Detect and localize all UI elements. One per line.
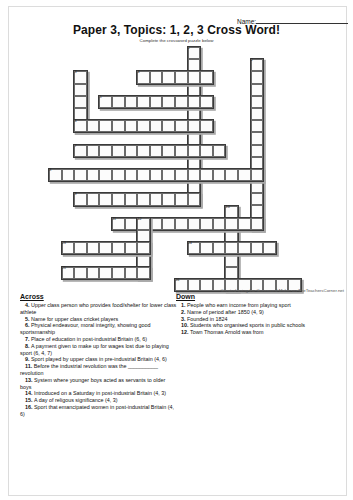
down-clues-section: Down 1. People who earn income from play…: [176, 293, 348, 336]
cell-r7-c16[interactable]: [251, 132, 264, 144]
worksheet-page: Name: Paper 3, Topics: 1, 2, 3 Cross Wor…: [0, 0, 353, 500]
cell-r3-c16[interactable]: [251, 84, 264, 96]
clue-number: 1.: [181, 302, 187, 308]
across-clues-list: 4. Upper class person who provides food/…: [20, 302, 178, 418]
cell-number-9: 9: [74, 193, 76, 197]
cell-number-15: 15: [62, 267, 66, 271]
cell-r10-c6[interactable]: [125, 169, 138, 181]
word-4-across: [136, 70, 214, 84]
clue-across-15: 15. A day of religous significance (4, 3…: [20, 397, 178, 404]
clue-number: 9.: [25, 356, 31, 362]
cell-r14-c11[interactable]: [188, 218, 201, 230]
cell-r12-c5[interactable]: [112, 193, 125, 205]
cell-r6-c6[interactable]: [125, 120, 138, 132]
clue-across-13: 13. System where younger boys acted as s…: [20, 377, 178, 391]
clue-down-1: 1. People who earn income from playing s…: [176, 302, 348, 309]
word-14-across: [187, 241, 277, 255]
cell-r18-c7[interactable]: [137, 267, 150, 279]
cell-r13-c16[interactable]: [251, 205, 264, 217]
word-7-across: [73, 144, 226, 158]
cell-r6-c9[interactable]: [162, 120, 175, 132]
across-heading: Across: [20, 293, 178, 300]
cell-r10-c16[interactable]: [251, 169, 264, 181]
cell-r16-c3[interactable]: [87, 242, 100, 254]
word-5-across: [98, 95, 213, 109]
clue-number: 15.: [25, 397, 34, 403]
cell-r12-c16[interactable]: [251, 193, 264, 205]
cell-number-11: 11: [112, 218, 116, 222]
cell-r16-c16[interactable]: [251, 242, 264, 254]
cell-r16-c14[interactable]: [225, 242, 238, 254]
cell-r6-c4[interactable]: [99, 120, 112, 132]
clue-down-12: 12. Town Thomas Arnold was from: [176, 329, 348, 336]
cell-r8-c12[interactable]: [200, 145, 213, 157]
cell-r18-c6[interactable]: [125, 267, 138, 279]
cell-r10-c7[interactable]: [137, 169, 150, 181]
cell-r2-c8[interactable]: [150, 71, 163, 83]
cell-r18-c4[interactable]: [99, 267, 112, 279]
cell-r8-c11[interactable]: [188, 145, 201, 157]
clue-number: 11.: [25, 363, 34, 369]
cell-r14-c8[interactable]: [150, 218, 163, 230]
cell-r17-c14[interactable]: [225, 254, 238, 266]
cell-r2-c16[interactable]: [251, 71, 264, 83]
crossword-board: 12345678910111213141516: [48, 46, 304, 292]
cell-r6-c11[interactable]: [188, 120, 201, 132]
word-2-down: [250, 58, 265, 231]
cell-r10-c9[interactable]: [162, 169, 175, 181]
cell-r8-c7[interactable]: [137, 145, 150, 157]
cell-r14-c14[interactable]: [225, 218, 238, 230]
cell-number-1: 1: [188, 47, 190, 51]
clue-number: 4.: [25, 302, 31, 308]
cell-r12-c7[interactable]: [137, 193, 150, 205]
cell-r11-c16[interactable]: [251, 181, 264, 193]
word-9-across: [73, 192, 201, 206]
cell-r3-c2[interactable]: [74, 84, 87, 96]
clue-number: 7.: [25, 336, 31, 342]
cell-r5-c16[interactable]: [251, 108, 264, 120]
cell-r18-c3[interactable]: [87, 267, 100, 279]
cell-r14-c10[interactable]: [175, 218, 188, 230]
across-clues-section: Across 4. Upper class person who provide…: [20, 293, 178, 418]
cell-r4-c11[interactable]: [188, 96, 201, 108]
clue-number: 2.: [181, 309, 187, 315]
cell-r4-c5[interactable]: [112, 96, 125, 108]
clue-across-9: 9. Sport played by upper class in pre-in…: [20, 356, 178, 363]
cell-r8-c13[interactable]: [213, 145, 226, 157]
cell-r19-c12[interactable]: [200, 279, 213, 291]
cell-number-12: 12: [137, 218, 141, 222]
cell-number-13: 13: [62, 242, 66, 246]
cell-r10-c10[interactable]: [175, 169, 188, 181]
cell-number-2: 2: [251, 59, 253, 63]
cell-r4-c7[interactable]: [137, 96, 150, 108]
cell-r14-c12[interactable]: [200, 218, 213, 230]
cell-r16-c17[interactable]: [263, 242, 276, 254]
cell-r10-c15[interactable]: [238, 169, 251, 181]
cell-r12-c9[interactable]: [162, 193, 175, 205]
clue-number: 10.: [181, 322, 190, 328]
cell-r8-c6[interactable]: [125, 145, 138, 157]
cell-r14-c15[interactable]: [238, 218, 251, 230]
cell-r10-c12[interactable]: [200, 169, 213, 181]
clue-number: 6.: [25, 322, 31, 328]
cell-number-16: 16: [175, 279, 179, 283]
cell-r14-c9[interactable]: [162, 218, 175, 230]
cell-r8-c10[interactable]: [175, 145, 188, 157]
clue-down-2: 2. Name of period after 1850 (4, 9): [176, 309, 348, 316]
cell-r16-c13[interactable]: [213, 242, 226, 254]
down-clues-list: 1. People who earn income from playing s…: [176, 302, 348, 336]
clue-across-5: 5. Name for upper class cricket players: [20, 316, 178, 323]
cell-r12-c8[interactable]: [150, 193, 163, 205]
cell-r18-c5[interactable]: [112, 267, 125, 279]
word-11-across: [111, 217, 264, 231]
clue-down-10: 10. Students who organised sports in pub…: [176, 322, 348, 329]
cell-r16-c6[interactable]: [125, 242, 138, 254]
cell-r4-c9[interactable]: [162, 96, 175, 108]
clue-number: 14.: [25, 390, 34, 396]
cell-r4-c12[interactable]: [200, 96, 213, 108]
cell-r12-c6[interactable]: [125, 193, 138, 205]
cell-r16-c12[interactable]: [200, 242, 213, 254]
cell-r4-c16[interactable]: [251, 96, 264, 108]
word-8-across: [48, 168, 264, 182]
cell-r16-c7[interactable]: [137, 242, 150, 254]
cell-r6-c7[interactable]: [137, 120, 150, 132]
clue-across-14: 14. Introduced on a Saturday in post-ind…: [20, 390, 178, 397]
cell-r12-c10[interactable]: [175, 193, 188, 205]
page-title: Paper 3, Topics: 1, 2, 3 Cross Word!: [0, 23, 353, 37]
cell-r8-c5[interactable]: [112, 145, 125, 157]
cell-r2-c10[interactable]: [175, 71, 188, 83]
cell-r6-c16[interactable]: [251, 120, 264, 132]
cell-r4-c2[interactable]: [74, 96, 87, 108]
word-15-across: [61, 266, 151, 280]
cell-r10-c2[interactable]: [74, 169, 87, 181]
cell-r16-c2[interactable]: [74, 242, 87, 254]
word-6-across: [73, 119, 214, 133]
clue-across-6: 6. Physical endeavour, moral integrity, …: [20, 322, 178, 336]
cell-r6-c3[interactable]: [87, 120, 100, 132]
clue-down-3: 3. Founded in 1824: [176, 316, 348, 323]
cell-r6-c10[interactable]: [175, 120, 188, 132]
cell-r10-c8[interactable]: [150, 169, 163, 181]
cell-r8-c9[interactable]: [162, 145, 175, 157]
down-heading: Down: [176, 293, 348, 300]
clue-number: 16.: [25, 404, 34, 410]
cell-r19-c11[interactable]: [188, 279, 201, 291]
cell-number-6: 6: [74, 120, 76, 124]
cell-r6-c8[interactable]: [150, 120, 163, 132]
cell-r16-c4[interactable]: [99, 242, 112, 254]
cell-r10-c13[interactable]: [213, 169, 226, 181]
cell-r18-c2[interactable]: [74, 267, 87, 279]
cell-number-4: 4: [137, 71, 139, 75]
cell-r16-c5[interactable]: [112, 242, 125, 254]
cell-r10-c11[interactable]: [188, 169, 201, 181]
clue-number: 12.: [181, 329, 190, 335]
cell-r12-c4[interactable]: [99, 193, 112, 205]
clue-across-4: 4. Upper class person who provides food/…: [20, 302, 178, 316]
cell-r16-c15[interactable]: [238, 242, 251, 254]
clue-across-8: 8. A payment given to make up for wages …: [20, 343, 178, 357]
cell-number-8: 8: [49, 169, 51, 173]
cell-r4-c10[interactable]: [175, 96, 188, 108]
clue-across-16: 16. Sport that emancipated women in post…: [20, 404, 178, 418]
clue-number: 13.: [25, 377, 34, 383]
cell-r10-c5[interactable]: [112, 169, 125, 181]
page-subtitle: Complete the crossword puzzle below: [0, 38, 353, 43]
cell-r10-c1[interactable]: [62, 169, 75, 181]
cell-r14-c13[interactable]: [213, 218, 226, 230]
cell-r2-c12[interactable]: [200, 71, 213, 83]
cell-r8-c16[interactable]: [251, 145, 264, 157]
cell-r10-c4[interactable]: [99, 169, 112, 181]
clue-number: 8.: [25, 343, 31, 349]
cell-number-10: 10: [226, 206, 230, 210]
cell-r8-c4[interactable]: [99, 145, 112, 157]
cell-r2-c9[interactable]: [162, 71, 175, 83]
word-13-across: [61, 241, 151, 255]
cell-r6-c12[interactable]: [200, 120, 213, 132]
cell-r10-c3[interactable]: [87, 169, 100, 181]
clue-number: 3.: [181, 316, 187, 322]
cell-r14-c16[interactable]: [251, 218, 264, 230]
cell-r8-c8[interactable]: [150, 145, 163, 157]
cell-number-5: 5: [100, 96, 102, 100]
cell-number-7: 7: [74, 145, 76, 149]
cell-r12-c11[interactable]: [188, 193, 201, 205]
cell-number-3: 3: [74, 71, 76, 75]
cell-r12-c3[interactable]: [87, 193, 100, 205]
clue-across-11: 11. Before the industrial revolution was…: [20, 363, 178, 377]
clue-across-7: 7. Place of education in post-industrial…: [20, 336, 178, 343]
cell-r4-c8[interactable]: [150, 96, 163, 108]
cell-r2-c11[interactable]: [188, 71, 201, 83]
cell-r8-c3[interactable]: [87, 145, 100, 157]
clue-number: 5.: [25, 316, 31, 322]
cell-r6-c5[interactable]: [112, 120, 125, 132]
cell-number-14: 14: [188, 242, 192, 246]
cell-r10-c14[interactable]: [225, 169, 238, 181]
cell-r4-c6[interactable]: [125, 96, 138, 108]
